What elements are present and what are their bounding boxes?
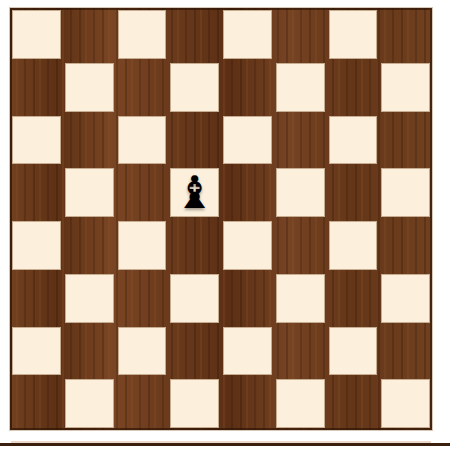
- square-b5[interactable]: [63, 166, 116, 219]
- square-f3[interactable]: [274, 272, 327, 325]
- square-d4[interactable]: [168, 219, 221, 272]
- square-c6[interactable]: [116, 114, 169, 167]
- square-b4[interactable]: [63, 219, 116, 272]
- square-c2[interactable]: [116, 325, 169, 378]
- square-f4[interactable]: [274, 219, 327, 272]
- square-a1[interactable]: [10, 377, 63, 430]
- square-h1[interactable]: [379, 377, 432, 430]
- square-d1[interactable]: [168, 377, 221, 430]
- square-f7[interactable]: [274, 61, 327, 114]
- square-b1[interactable]: [63, 377, 116, 430]
- square-d6[interactable]: [168, 114, 221, 167]
- chess-board: ♝: [9, 7, 433, 431]
- square-d5[interactable]: ♝: [168, 166, 221, 219]
- square-g6[interactable]: [327, 114, 380, 167]
- square-b3[interactable]: [63, 272, 116, 325]
- square-a5[interactable]: [10, 166, 63, 219]
- square-d3[interactable]: [168, 272, 221, 325]
- square-h8[interactable]: [379, 8, 432, 61]
- square-d7[interactable]: [168, 61, 221, 114]
- square-e7[interactable]: [221, 61, 274, 114]
- square-c1[interactable]: [116, 377, 169, 430]
- square-e2[interactable]: [221, 325, 274, 378]
- square-b6[interactable]: [63, 114, 116, 167]
- square-h7[interactable]: [379, 61, 432, 114]
- square-f8[interactable]: [274, 8, 327, 61]
- square-a4[interactable]: [10, 219, 63, 272]
- square-h4[interactable]: [379, 219, 432, 272]
- square-f2[interactable]: [274, 325, 327, 378]
- square-g4[interactable]: [327, 219, 380, 272]
- square-f5[interactable]: [274, 166, 327, 219]
- square-e4[interactable]: [221, 219, 274, 272]
- square-h3[interactable]: [379, 272, 432, 325]
- square-e3[interactable]: [221, 272, 274, 325]
- square-g2[interactable]: [327, 325, 380, 378]
- square-a6[interactable]: [10, 114, 63, 167]
- square-b8[interactable]: [63, 8, 116, 61]
- square-h2[interactable]: [379, 325, 432, 378]
- square-c4[interactable]: [116, 219, 169, 272]
- black-bishop-piece[interactable]: ♝: [168, 166, 221, 219]
- square-g7[interactable]: [327, 61, 380, 114]
- square-f6[interactable]: [274, 114, 327, 167]
- square-e8[interactable]: [221, 8, 274, 61]
- square-a7[interactable]: [10, 61, 63, 114]
- square-g1[interactable]: [327, 377, 380, 430]
- square-d2[interactable]: [168, 325, 221, 378]
- square-h6[interactable]: [379, 114, 432, 167]
- square-c7[interactable]: [116, 61, 169, 114]
- square-e5[interactable]: [221, 166, 274, 219]
- square-e6[interactable]: [221, 114, 274, 167]
- square-g8[interactable]: [327, 8, 380, 61]
- square-e1[interactable]: [221, 377, 274, 430]
- square-a3[interactable]: [10, 272, 63, 325]
- square-c5[interactable]: [116, 166, 169, 219]
- square-f1[interactable]: [274, 377, 327, 430]
- square-c3[interactable]: [116, 272, 169, 325]
- square-b2[interactable]: [63, 325, 116, 378]
- square-h5[interactable]: [379, 166, 432, 219]
- bottom-divider: [0, 443, 450, 446]
- square-g5[interactable]: [327, 166, 380, 219]
- square-b7[interactable]: [63, 61, 116, 114]
- square-c8[interactable]: [116, 8, 169, 61]
- square-g3[interactable]: [327, 272, 380, 325]
- square-a8[interactable]: [10, 8, 63, 61]
- square-a2[interactable]: [10, 325, 63, 378]
- square-d8[interactable]: [168, 8, 221, 61]
